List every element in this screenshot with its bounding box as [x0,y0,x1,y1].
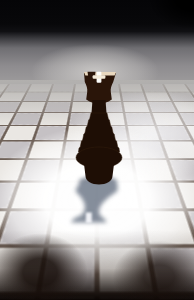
board-tile [142,84,166,92]
board-tile [67,126,96,140]
board-tile [157,126,191,140]
board-tile [0,102,20,112]
board-tile [5,84,30,92]
rook-and-shadow [0,0,194,300]
board-tile [71,102,96,112]
board-tile [23,92,49,101]
board-tile [164,84,189,92]
board-tile [60,160,96,180]
board-tile [0,113,14,125]
chessboard-grid [0,84,194,300]
top-right-dark-band [64,0,194,85]
rook-cross-bar [93,75,106,79]
board-tile [169,160,194,180]
board-tile [125,113,154,125]
board-tile [0,211,51,244]
board-tile [0,248,44,292]
board-tile [35,126,67,140]
rook-body [78,113,119,152]
rook-base-bulge [76,147,122,168]
board-tile [131,142,166,159]
board-tile [28,84,52,92]
board-tile [174,102,194,112]
board-tile [64,142,96,159]
shadow-cross-notch [86,213,92,224]
board-tile [120,84,143,92]
board-tile [3,126,37,140]
board-tile [128,126,160,140]
board-tile [11,183,56,209]
bottom-vignette [0,230,194,300]
rook-foot [84,164,114,185]
board-tile [44,102,70,112]
backlight-glow-upper [40,75,194,195]
board-tile [11,113,42,125]
rook-cross-notch [97,72,102,83]
board-tile [73,92,96,101]
board-tile [152,113,183,125]
board-tile [99,211,145,244]
board-tile [150,248,194,292]
board-tile [51,84,74,92]
board-tile [0,84,8,92]
board-tile [49,211,95,244]
bottom-right-vignette [89,222,194,300]
board-tile [123,102,149,112]
background-haze [0,0,194,300]
piece-shadow [71,177,118,223]
board-tile [187,126,194,140]
board-tile [99,183,139,209]
rook-crown [84,73,116,104]
board-tile [98,126,127,140]
board-tile [55,183,95,209]
rook-piece [76,72,122,185]
board-tile [98,92,121,101]
board-tile [48,92,72,101]
board-tile [41,248,95,292]
board-tile [21,160,60,180]
board-tile [134,160,173,180]
board-tile [98,102,123,112]
board-tile [69,113,96,125]
board-tile [0,142,31,159]
board-tile [180,113,194,125]
board-tile [138,183,183,209]
photo-stage [0,0,194,300]
board-tile [122,92,146,101]
board-tile [98,142,130,159]
crown-rim-highlight [84,72,116,76]
board-tile [169,92,194,101]
board-tile [163,142,194,159]
board-tile [75,84,96,92]
board-tile [17,102,45,112]
board-tile [148,102,176,112]
board-tile [98,113,125,125]
backlight-haze-glow [15,30,175,100]
board-tile [178,183,194,209]
board-tile [0,183,16,209]
crown-battlement [88,72,96,77]
board-tile [0,92,2,101]
board-tile [0,126,7,140]
board-tile [143,211,194,244]
board-tile [99,248,153,292]
board-tile [28,142,63,159]
board-tile [0,92,25,101]
backlight-glow-main [0,105,194,295]
board-tile [145,92,171,101]
chessboard [0,84,194,300]
board-tile [0,160,25,180]
board-tile [0,211,6,244]
board-tile [99,160,135,180]
horizon-blur [0,80,194,128]
board-tile [40,113,69,125]
board-tile [188,211,194,244]
board-tile [98,84,119,92]
bottom-left-vignette [0,215,110,300]
board-tile [186,84,194,92]
board-tile [192,92,194,101]
rook-neck [92,100,107,113]
